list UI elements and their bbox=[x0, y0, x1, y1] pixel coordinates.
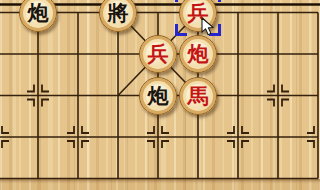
piece-glyph: 炮 bbox=[28, 0, 49, 29]
selection-bracket-tr bbox=[209, 0, 221, 2]
piece-black-cannon-b[interactable]: 炮 bbox=[139, 77, 177, 115]
mouse-cursor-icon bbox=[201, 17, 215, 36]
piece-red-soldier-b[interactable]: 兵 bbox=[139, 35, 177, 73]
piece-black-general[interactable]: 將 bbox=[99, 0, 137, 32]
piece-red-cannon-a[interactable]: 炮 bbox=[179, 35, 217, 73]
selection-bracket-bl bbox=[175, 24, 187, 36]
xiangqi-board[interactable]: 炮將兵兵炮炮馬 bbox=[0, 0, 320, 190]
piece-glyph: 炮 bbox=[188, 37, 209, 71]
piece-glyph: 炮 bbox=[148, 78, 169, 112]
piece-glyph: 將 bbox=[108, 0, 129, 29]
piece-glyph: 兵 bbox=[148, 37, 169, 71]
pieces-layer: 炮將兵兵炮炮馬 bbox=[0, 0, 320, 190]
piece-black-cannon-a[interactable]: 炮 bbox=[19, 0, 57, 32]
piece-red-horse-a[interactable]: 馬 bbox=[179, 77, 217, 115]
selection-bracket-tl bbox=[175, 0, 187, 2]
piece-glyph: 馬 bbox=[188, 78, 209, 112]
